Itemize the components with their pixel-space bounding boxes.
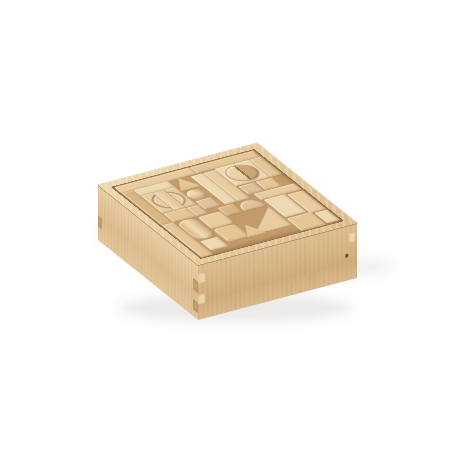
dovetail-joint	[198, 293, 205, 305]
wood-knot	[345, 253, 348, 258]
dovetail-joint	[198, 272, 205, 284]
product-photo	[0, 0, 458, 458]
dovetail-joint	[348, 231, 355, 243]
dovetail-joint	[98, 216, 102, 229]
